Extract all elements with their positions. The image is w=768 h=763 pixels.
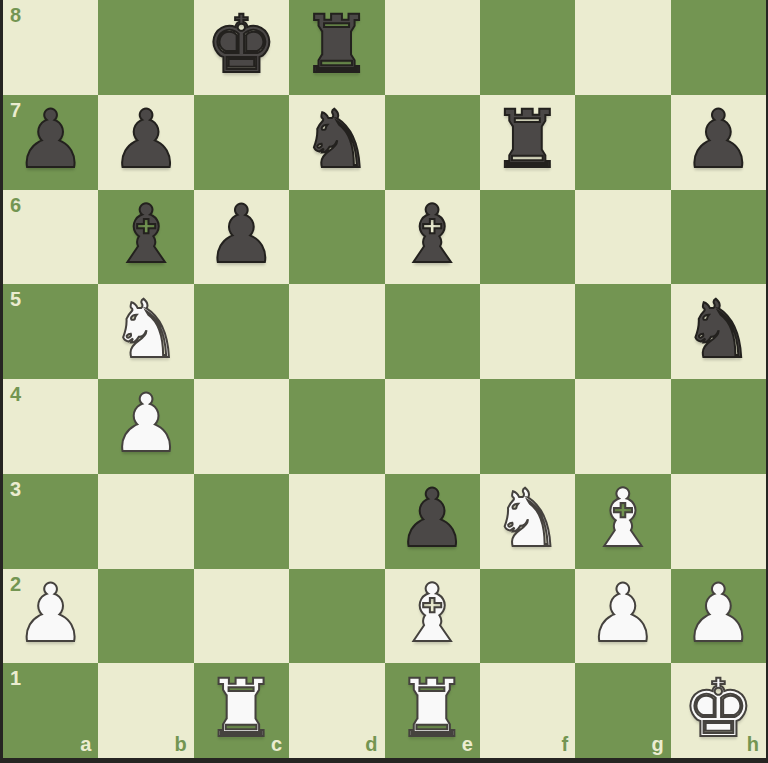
square-e1[interactable]: e♜ xyxy=(385,663,480,758)
square-h8[interactable] xyxy=(671,0,766,95)
file-label-g: g xyxy=(651,734,663,754)
square-b4[interactable]: ♟ xyxy=(98,379,193,474)
white-rook-e1[interactable]: ♜ xyxy=(396,669,468,749)
rank-label-3: 3 xyxy=(10,479,21,499)
square-b3[interactable] xyxy=(98,474,193,569)
square-g6[interactable] xyxy=(575,190,670,285)
file-label-b: b xyxy=(175,734,187,754)
square-a8[interactable]: 8 xyxy=(3,0,98,95)
square-f7[interactable]: ♜ xyxy=(480,95,575,190)
rank-label-1: 1 xyxy=(10,668,21,688)
square-f8[interactable] xyxy=(480,0,575,95)
black-king-c8[interactable]: ♚ xyxy=(206,5,278,85)
square-d1[interactable]: d xyxy=(289,663,384,758)
white-pawn-g2[interactable]: ♟ xyxy=(587,574,659,654)
square-e2[interactable]: ♝ xyxy=(385,569,480,664)
square-b1[interactable]: b xyxy=(98,663,193,758)
white-knight-b5[interactable]: ♞ xyxy=(110,290,182,370)
square-e3[interactable]: ♟ xyxy=(385,474,480,569)
square-e5[interactable] xyxy=(385,284,480,379)
square-e4[interactable] xyxy=(385,379,480,474)
square-d8[interactable]: ♜ xyxy=(289,0,384,95)
file-label-f: f xyxy=(562,734,569,754)
square-d7[interactable]: ♞ xyxy=(289,95,384,190)
square-g2[interactable]: ♟ xyxy=(575,569,670,664)
square-a3[interactable]: 3 xyxy=(3,474,98,569)
square-d3[interactable] xyxy=(289,474,384,569)
chess-board: 8♚♜7♟♟♞♜♟6♝♟♝5♞♞4♟3♟♞♝2♟♝♟♟1abc♜de♜fgh♚ xyxy=(3,0,766,758)
white-pawn-a2[interactable]: ♟ xyxy=(15,574,87,654)
square-f4[interactable] xyxy=(480,379,575,474)
square-g4[interactable] xyxy=(575,379,670,474)
square-g7[interactable] xyxy=(575,95,670,190)
square-a4[interactable]: 4 xyxy=(3,379,98,474)
rank-label-4: 4 xyxy=(10,384,21,404)
square-f5[interactable] xyxy=(480,284,575,379)
square-h5[interactable]: ♞ xyxy=(671,284,766,379)
white-knight-f3[interactable]: ♞ xyxy=(492,479,564,559)
rank-label-8: 8 xyxy=(10,5,21,25)
square-a6[interactable]: 6 xyxy=(3,190,98,285)
square-f3[interactable]: ♞ xyxy=(480,474,575,569)
square-d2[interactable] xyxy=(289,569,384,664)
square-b2[interactable] xyxy=(98,569,193,664)
square-b5[interactable]: ♞ xyxy=(98,284,193,379)
square-a2[interactable]: 2♟ xyxy=(3,569,98,664)
white-pawn-b4[interactable]: ♟ xyxy=(110,384,182,464)
square-h6[interactable] xyxy=(671,190,766,285)
square-c3[interactable] xyxy=(194,474,289,569)
white-bishop-e2[interactable]: ♝ xyxy=(396,574,468,654)
square-c8[interactable]: ♚ xyxy=(194,0,289,95)
square-g3[interactable]: ♝ xyxy=(575,474,670,569)
square-c6[interactable]: ♟ xyxy=(194,190,289,285)
white-pawn-h2[interactable]: ♟ xyxy=(682,574,754,654)
square-b6[interactable]: ♝ xyxy=(98,190,193,285)
black-pawn-e3[interactable]: ♟ xyxy=(396,479,468,559)
white-rook-c1[interactable]: ♜ xyxy=(206,669,278,749)
rank-label-5: 5 xyxy=(10,289,21,309)
black-pawn-a7[interactable]: ♟ xyxy=(15,100,87,180)
square-c4[interactable] xyxy=(194,379,289,474)
black-rook-d8[interactable]: ♜ xyxy=(301,5,373,85)
square-c2[interactable] xyxy=(194,569,289,664)
square-d6[interactable] xyxy=(289,190,384,285)
square-a1[interactable]: 1a xyxy=(3,663,98,758)
square-f1[interactable]: f xyxy=(480,663,575,758)
square-a7[interactable]: 7♟ xyxy=(3,95,98,190)
rank-label-6: 6 xyxy=(10,195,21,215)
square-c5[interactable] xyxy=(194,284,289,379)
square-c1[interactable]: c♜ xyxy=(194,663,289,758)
black-bishop-b6[interactable]: ♝ xyxy=(110,195,182,275)
square-c7[interactable] xyxy=(194,95,289,190)
square-b8[interactable] xyxy=(98,0,193,95)
black-knight-h5[interactable]: ♞ xyxy=(682,290,754,370)
file-label-a: a xyxy=(80,734,91,754)
square-h7[interactable]: ♟ xyxy=(671,95,766,190)
square-f6[interactable] xyxy=(480,190,575,285)
square-b7[interactable]: ♟ xyxy=(98,95,193,190)
square-e8[interactable] xyxy=(385,0,480,95)
square-h1[interactable]: h♚ xyxy=(671,663,766,758)
square-g8[interactable] xyxy=(575,0,670,95)
square-g1[interactable]: g xyxy=(575,663,670,758)
square-d4[interactable] xyxy=(289,379,384,474)
file-label-d: d xyxy=(365,734,377,754)
square-h4[interactable] xyxy=(671,379,766,474)
white-king-h1[interactable]: ♚ xyxy=(682,669,754,749)
square-h3[interactable] xyxy=(671,474,766,569)
black-pawn-h7[interactable]: ♟ xyxy=(682,100,754,180)
square-h2[interactable]: ♟ xyxy=(671,569,766,664)
black-pawn-b7[interactable]: ♟ xyxy=(110,100,182,180)
black-knight-d7[interactable]: ♞ xyxy=(301,100,373,180)
black-pawn-c6[interactable]: ♟ xyxy=(206,195,278,275)
square-e7[interactable] xyxy=(385,95,480,190)
square-e6[interactable]: ♝ xyxy=(385,190,480,285)
square-d5[interactable] xyxy=(289,284,384,379)
black-rook-f7[interactable]: ♜ xyxy=(492,100,564,180)
square-f2[interactable] xyxy=(480,569,575,664)
square-g5[interactable] xyxy=(575,284,670,379)
black-bishop-e6[interactable]: ♝ xyxy=(396,195,468,275)
white-bishop-g3[interactable]: ♝ xyxy=(587,479,659,559)
square-a5[interactable]: 5 xyxy=(3,284,98,379)
